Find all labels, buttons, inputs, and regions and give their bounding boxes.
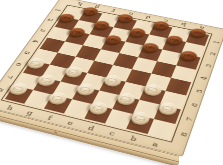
light-checker-h6: ⛀ (25, 57, 47, 70)
light-checker-a7: ⛀ (157, 101, 179, 117)
product-photo-background: hgfedcba hgfedcba 12345678 12345678 ⛂⛂⛂⛂… (0, 0, 223, 165)
light-checker-b6: ⛀ (142, 83, 163, 98)
dark-checker-b2: ⛂ (165, 34, 184, 46)
light-checker-g7: ⛀ (35, 73, 57, 87)
square-c7: ⛀ (112, 95, 139, 114)
checkers-board: hgfedcba hgfedcba 12345678 12345678 ⛂⛂⛂⛂… (0, 0, 223, 157)
light-checker-b8: ⛀ (129, 110, 151, 126)
square-a7: ⛀ (154, 105, 181, 124)
dark-checker-c3: ⛂ (141, 42, 161, 54)
light-checker-f6: ⛀ (63, 65, 84, 79)
dark-checker-a3: ⛂ (179, 50, 198, 63)
box-nail-dot (55, 131, 57, 133)
square-c4 (132, 57, 157, 73)
light-checker-f8: ⛀ (46, 91, 69, 106)
dark-checker-d2: ⛂ (128, 27, 147, 39)
board-frame: hgfedcba hgfedcba 12345678 12345678 ⛂⛂⛂⛂… (0, 0, 223, 157)
square-b3 (157, 50, 181, 66)
light-checker-h8: ⛀ (7, 82, 30, 97)
coord-label-right-2: 2 (201, 48, 223, 60)
coord-label-right-1: 1 (205, 37, 223, 48)
